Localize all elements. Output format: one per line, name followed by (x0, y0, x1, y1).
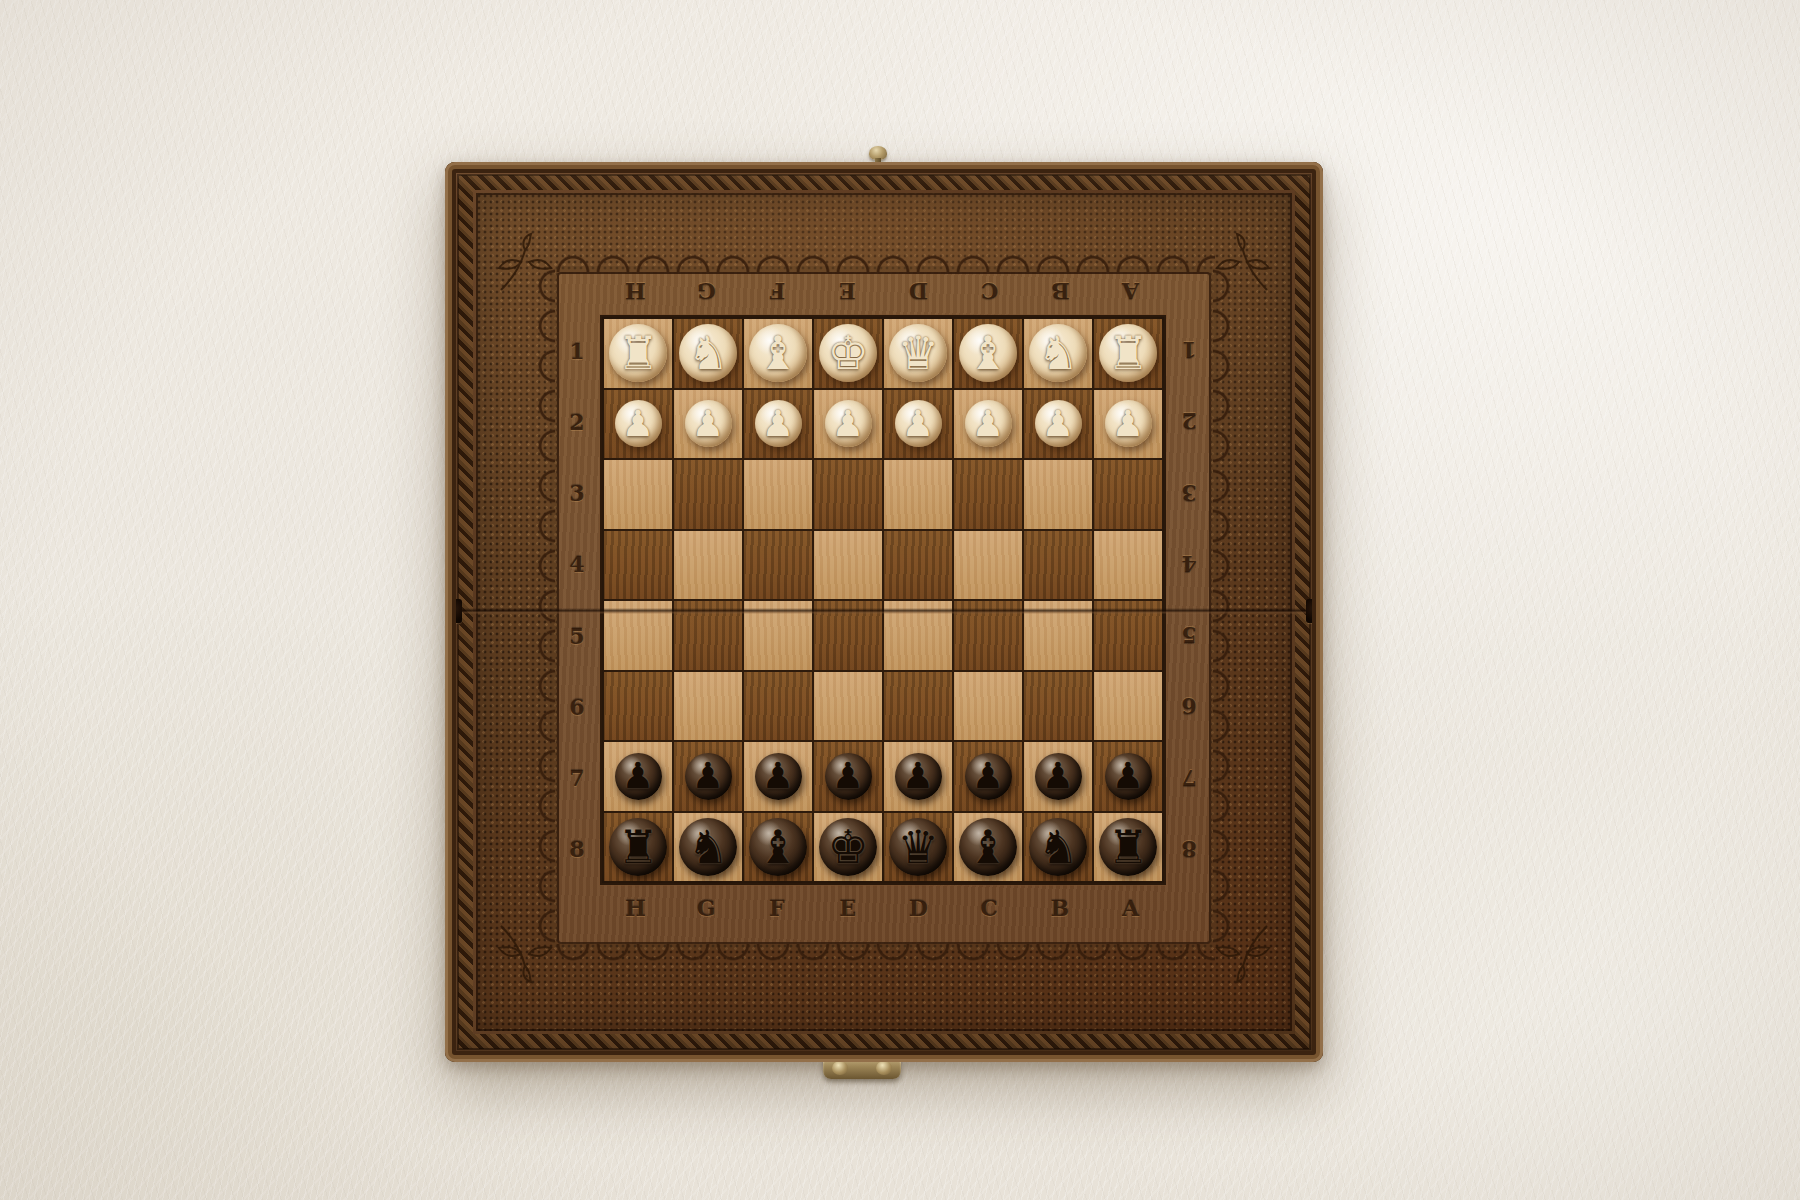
square-b6[interactable] (1024, 672, 1092, 741)
square-f3[interactable] (744, 460, 812, 529)
piece-glyph: ♟ (762, 758, 794, 794)
piece-glyph: ♟ (1042, 758, 1074, 794)
piece-white-rook[interactable]: ♜ (604, 319, 672, 388)
square-b2[interactable]: ♟ (1024, 390, 1092, 459)
coordinate-label: 1 (1171, 315, 1207, 386)
piece-white-pawn[interactable]: ♟ (1024, 390, 1092, 459)
coordinate-label: 8 (559, 814, 595, 885)
square-c8[interactable]: ♝ (954, 813, 1022, 882)
piece-white-king[interactable]: ♚ (814, 319, 882, 388)
hinge-notch-left (448, 599, 462, 623)
piece-white-pawn[interactable]: ♟ (674, 390, 742, 459)
piece-glyph: ♟ (622, 758, 654, 794)
square-h6[interactable] (604, 672, 672, 741)
coordinate-label: D (883, 274, 954, 308)
hinge-notch-right (1306, 599, 1320, 623)
coordinate-label: 6 (559, 671, 595, 742)
piece-black-knight[interactable]: ♞ (674, 813, 742, 882)
square-e7[interactable]: ♟ (814, 742, 882, 811)
square-h1[interactable]: ♜ (604, 319, 672, 388)
coordinate-label: F (742, 891, 813, 925)
piece-glyph: ♟ (972, 758, 1004, 794)
square-f8[interactable]: ♝ (744, 813, 812, 882)
square-c4[interactable] (954, 531, 1022, 600)
piece-glyph: ♟ (692, 758, 724, 794)
piece-glyph: ♜ (1107, 824, 1148, 870)
coordinate-label: H (600, 274, 671, 308)
piece-white-knight[interactable]: ♞ (674, 319, 742, 388)
square-c7[interactable]: ♟ (954, 742, 1022, 811)
piece-black-bishop[interactable]: ♝ (954, 813, 1022, 882)
square-g6[interactable] (674, 672, 742, 741)
floral-ornament (491, 916, 563, 988)
coordinate-label: E (812, 891, 883, 925)
piece-glyph: ♜ (1107, 330, 1148, 376)
coordinate-label: 8 (1171, 814, 1207, 885)
square-f2[interactable]: ♟ (744, 390, 812, 459)
coordinate-label: F (742, 274, 813, 308)
square-d2[interactable]: ♟ (884, 390, 952, 459)
square-a1[interactable]: ♜ (1094, 319, 1162, 388)
piece-glyph: ♝ (757, 824, 798, 870)
rank-labels-right: 12345678 (1171, 315, 1207, 885)
coordinate-label: 4 (1171, 529, 1207, 600)
square-d8[interactable]: ♛ (884, 813, 952, 882)
square-c1[interactable]: ♝ (954, 319, 1022, 388)
square-g2[interactable]: ♟ (674, 390, 742, 459)
square-e8[interactable]: ♚ (814, 813, 882, 882)
square-g4[interactable] (674, 531, 742, 600)
piece-glyph: ♞ (687, 824, 728, 870)
piece-black-pawn[interactable]: ♟ (884, 742, 952, 811)
square-b8[interactable]: ♞ (1024, 813, 1092, 882)
square-g8[interactable]: ♞ (674, 813, 742, 882)
piece-black-pawn[interactable]: ♟ (1094, 742, 1162, 811)
piece-glyph: ♞ (1037, 330, 1078, 376)
chess-board: ♜♞♝♚♛♝♞♜♟♟♟♟♟♟♟♟♟♟♟♟♟♟♟♟♜♞♝♚♛♝♞♜ (600, 315, 1166, 885)
piece-glyph: ♛ (897, 330, 938, 376)
square-g1[interactable]: ♞ (674, 319, 742, 388)
piece-black-pawn[interactable]: ♟ (744, 742, 812, 811)
bottom-clasp (823, 1057, 901, 1079)
piece-glyph: ♚ (827, 824, 868, 870)
piece-white-queen[interactable]: ♛ (884, 319, 952, 388)
square-a3[interactable] (1094, 460, 1162, 529)
square-a7[interactable]: ♟ (1094, 742, 1162, 811)
piece-black-rook[interactable]: ♜ (1094, 813, 1162, 882)
piece-black-rook[interactable]: ♜ (604, 813, 672, 882)
square-e6[interactable] (814, 672, 882, 741)
piece-white-bishop[interactable]: ♝ (744, 319, 812, 388)
piece-glyph: ♝ (967, 824, 1008, 870)
square-b4[interactable] (1024, 531, 1092, 600)
piece-glyph: ♟ (902, 406, 934, 442)
coordinate-label: H (600, 891, 671, 925)
square-d1[interactable]: ♛ (884, 319, 952, 388)
square-b3[interactable] (1024, 460, 1092, 529)
square-f7[interactable]: ♟ (744, 742, 812, 811)
piece-glyph: ♟ (972, 406, 1004, 442)
top-pin (869, 146, 887, 160)
piece-glyph: ♚ (827, 330, 868, 376)
coordinate-label: 1 (559, 315, 595, 386)
square-f4[interactable] (744, 531, 812, 600)
coordinate-label: 6 (1171, 671, 1207, 742)
square-h3[interactable] (604, 460, 672, 529)
coordinate-label: G (671, 891, 742, 925)
piece-glyph: ♟ (1112, 406, 1144, 442)
square-h8[interactable]: ♜ (604, 813, 672, 882)
square-a6[interactable] (1094, 672, 1162, 741)
square-a2[interactable]: ♟ (1094, 390, 1162, 459)
piece-black-knight[interactable]: ♞ (1024, 813, 1092, 882)
piece-glyph: ♟ (762, 406, 794, 442)
square-c2[interactable]: ♟ (954, 390, 1022, 459)
chess-box: HGFEDCBA HGFEDCBA 12345678 12345678 ♜♞♝♚… (445, 162, 1323, 1062)
coordinate-label: 3 (559, 458, 595, 529)
square-c3[interactable] (954, 460, 1022, 529)
piece-black-bishop[interactable]: ♝ (744, 813, 812, 882)
coordinate-label: B (1025, 274, 1096, 308)
piece-white-pawn[interactable]: ♟ (814, 390, 882, 459)
square-d3[interactable] (884, 460, 952, 529)
square-g3[interactable] (674, 460, 742, 529)
piece-glyph: ♞ (687, 330, 728, 376)
square-f6[interactable] (744, 672, 812, 741)
coordinate-label: 2 (1171, 386, 1207, 457)
coordinate-label: E (812, 274, 883, 308)
piece-white-pawn[interactable]: ♟ (1094, 390, 1162, 459)
coordinate-label: 2 (559, 386, 595, 457)
piece-white-pawn[interactable]: ♟ (884, 390, 952, 459)
square-a8[interactable]: ♜ (1094, 813, 1162, 882)
fur-background: HGFEDCBA HGFEDCBA 12345678 12345678 ♜♞♝♚… (0, 0, 1800, 1200)
square-e4[interactable] (814, 531, 882, 600)
square-e2[interactable]: ♟ (814, 390, 882, 459)
square-e3[interactable] (814, 460, 882, 529)
piece-black-pawn[interactable]: ♟ (814, 742, 882, 811)
piece-black-pawn[interactable]: ♟ (1024, 742, 1092, 811)
floral-ornament (1205, 228, 1277, 300)
piece-glyph: ♞ (1037, 824, 1078, 870)
piece-glyph: ♟ (692, 406, 724, 442)
piece-glyph: ♟ (832, 406, 864, 442)
piece-glyph: ♟ (902, 758, 934, 794)
piece-black-pawn[interactable]: ♟ (604, 742, 672, 811)
square-h7[interactable]: ♟ (604, 742, 672, 811)
square-d4[interactable] (884, 531, 952, 600)
square-f1[interactable]: ♝ (744, 319, 812, 388)
coordinate-label: 7 (559, 743, 595, 814)
piece-black-queen[interactable]: ♛ (884, 813, 952, 882)
floral-ornament (1205, 916, 1277, 988)
piece-black-pawn[interactable]: ♟ (954, 742, 1022, 811)
piece-glyph: ♝ (757, 330, 798, 376)
piece-white-pawn[interactable]: ♟ (604, 390, 672, 459)
piece-glyph: ♟ (1042, 406, 1074, 442)
square-c6[interactable] (954, 672, 1022, 741)
file-labels-bottom: HGFEDCBA (600, 891, 1166, 925)
floral-ornament (491, 228, 563, 300)
fold-seam (447, 608, 1321, 614)
piece-white-knight[interactable]: ♞ (1024, 319, 1092, 388)
coordinate-label: 3 (1171, 458, 1207, 529)
coordinate-label: B (1025, 891, 1096, 925)
file-labels-top: HGFEDCBA (600, 274, 1166, 308)
piece-black-king[interactable]: ♚ (814, 813, 882, 882)
square-d7[interactable]: ♟ (884, 742, 952, 811)
coordinate-label: G (671, 274, 742, 308)
rank-labels-left: 12345678 (559, 315, 595, 885)
piece-glyph: ♟ (622, 406, 654, 442)
piece-white-rook[interactable]: ♜ (1094, 319, 1162, 388)
piece-black-pawn[interactable]: ♟ (674, 742, 742, 811)
square-a4[interactable] (1094, 531, 1162, 600)
piece-glyph: ♟ (1112, 758, 1144, 794)
coordinate-label: A (1095, 891, 1166, 925)
piece-glyph: ♜ (617, 824, 658, 870)
piece-glyph: ♟ (832, 758, 864, 794)
piece-white-bishop[interactable]: ♝ (954, 319, 1022, 388)
piece-white-pawn[interactable]: ♟ (744, 390, 812, 459)
coordinate-label: C (954, 891, 1025, 925)
coordinate-label: 4 (559, 529, 595, 600)
square-b7[interactable]: ♟ (1024, 742, 1092, 811)
piece-white-pawn[interactable]: ♟ (954, 390, 1022, 459)
square-e1[interactable]: ♚ (814, 319, 882, 388)
square-h2[interactable]: ♟ (604, 390, 672, 459)
coordinate-label: C (954, 274, 1025, 308)
piece-glyph: ♛ (897, 824, 938, 870)
square-g7[interactable]: ♟ (674, 742, 742, 811)
coordinate-label: D (883, 891, 954, 925)
coordinate-label: A (1095, 274, 1166, 308)
square-b1[interactable]: ♞ (1024, 319, 1092, 388)
piece-glyph: ♜ (617, 330, 658, 376)
coordinate-label: 7 (1171, 743, 1207, 814)
piece-glyph: ♝ (967, 330, 1008, 376)
square-d6[interactable] (884, 672, 952, 741)
square-h4[interactable] (604, 531, 672, 600)
